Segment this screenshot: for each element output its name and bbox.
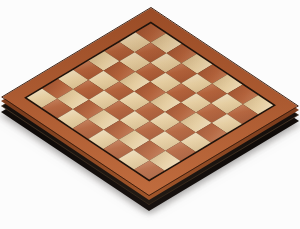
product-photo-background (0, 0, 300, 229)
board-top-face (1, 7, 299, 196)
